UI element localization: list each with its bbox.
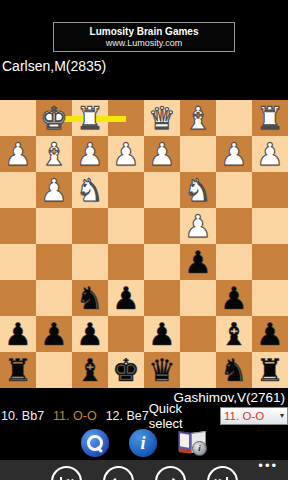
square-a5[interactable] — [252, 244, 288, 280]
piece-bN: ♞ — [220, 352, 248, 388]
piece-wP: ♟ — [184, 208, 212, 244]
chevron-down-icon: ▾ — [280, 412, 284, 420]
piece-bR: ♜ — [4, 352, 32, 388]
opening-book-button[interactable]: i — [177, 430, 207, 456]
piece-bK: ♚ — [112, 352, 140, 388]
square-g3[interactable]: ♟ — [36, 172, 72, 208]
move-item[interactable]: 11. O-O — [53, 409, 97, 423]
footer: Gashimov,V(2761) 10. Bb711. O-O12. Be7 Q… — [0, 388, 288, 460]
square-c4[interactable]: ♟ — [180, 208, 216, 244]
square-d7[interactable]: ♟ — [144, 316, 180, 352]
square-c8[interactable] — [180, 352, 216, 388]
square-e7[interactable] — [108, 316, 144, 352]
quick-select: Quick select 11. O-O ▾ — [149, 401, 288, 431]
square-g8[interactable] — [36, 352, 72, 388]
square-h6[interactable] — [0, 280, 36, 316]
piece-bP: ♟ — [184, 244, 212, 280]
piece-bP: ♟ — [256, 316, 284, 352]
square-f3[interactable]: ♞ — [72, 172, 108, 208]
piece-wP: ♟ — [112, 136, 140, 172]
previous-move-button-icon: ← — [111, 468, 125, 480]
square-h3[interactable] — [0, 172, 36, 208]
piece-wP: ♟ — [4, 136, 32, 172]
square-e4[interactable] — [108, 208, 144, 244]
piece-wP: ♟ — [148, 136, 176, 172]
square-f4[interactable] — [72, 208, 108, 244]
square-d1[interactable]: ♛ — [144, 100, 180, 136]
piece-wN: ♞ — [76, 172, 104, 208]
piece-wP: ♟ — [220, 136, 248, 172]
square-c6[interactable] — [180, 280, 216, 316]
square-c5[interactable]: ♟ — [180, 244, 216, 280]
square-d2[interactable]: ♟ — [144, 136, 180, 172]
piece-wR: ♜ — [256, 100, 284, 136]
piece-wB: ♝ — [184, 100, 212, 136]
square-c1[interactable]: ♝ — [180, 100, 216, 136]
nav-button-row: ◀◀←→▶▶ — [0, 460, 288, 480]
square-c2[interactable] — [180, 136, 216, 172]
square-a2[interactable]: ♟ — [252, 136, 288, 172]
square-g4[interactable] — [36, 208, 72, 244]
quick-select-value: 11. O-O — [224, 410, 280, 422]
square-c3[interactable]: ♞ — [180, 172, 216, 208]
square-f6[interactable]: ♞ — [72, 280, 108, 316]
piece-wP: ♟ — [40, 172, 68, 208]
square-b3[interactable] — [216, 172, 252, 208]
square-a6[interactable] — [252, 280, 288, 316]
square-b4[interactable] — [216, 208, 252, 244]
square-f8[interactable]: ♝ — [72, 352, 108, 388]
piece-bP: ♟ — [76, 316, 104, 352]
piece-bP: ♟ — [112, 280, 140, 316]
piece-bB: ♝ — [76, 352, 104, 388]
square-h5[interactable] — [0, 244, 36, 280]
square-b2[interactable]: ♟ — [216, 136, 252, 172]
piece-bP: ♟ — [148, 316, 176, 352]
quick-select-dropdown[interactable]: 11. O-O ▾ — [220, 407, 288, 425]
last-move-button-icon: ▶▶ — [215, 468, 223, 480]
piece-bR: ♜ — [256, 352, 284, 388]
next-move-button-icon: → — [163, 468, 177, 480]
piece-bN: ♞ — [76, 280, 104, 316]
square-a7[interactable]: ♟ — [252, 316, 288, 352]
ad-banner[interactable]: Lumosity Brain Games www.Lumosity.com — [53, 22, 235, 52]
square-g2[interactable]: ♝ — [36, 136, 72, 172]
piece-wQ: ♛ — [148, 100, 176, 136]
square-e5[interactable] — [108, 244, 144, 280]
move-item[interactable]: 10. Bb7 — [1, 409, 44, 423]
piece-wN: ♞ — [184, 172, 212, 208]
more-options-icon[interactable]: ••• — [258, 459, 278, 473]
square-b8[interactable]: ♞ — [216, 352, 252, 388]
square-a4[interactable] — [252, 208, 288, 244]
tool-icon-row: i i — [0, 428, 288, 458]
square-d3[interactable] — [144, 172, 180, 208]
book-info-badge-icon: i — [192, 441, 207, 456]
move-list: 10. Bb711. O-O12. Be7 — [0, 409, 149, 423]
square-d6[interactable] — [144, 280, 180, 316]
square-g5[interactable] — [36, 244, 72, 280]
piece-bQ: ♛ — [148, 352, 176, 388]
search-button[interactable] — [81, 429, 109, 457]
book-icon-accent — [179, 448, 191, 454]
next-move-button[interactable]: → — [155, 466, 186, 480]
square-h1[interactable] — [0, 100, 36, 136]
square-b7[interactable]: ♝ — [216, 316, 252, 352]
square-a3[interactable] — [252, 172, 288, 208]
info-button[interactable]: i — [129, 429, 157, 457]
square-d5[interactable] — [144, 244, 180, 280]
header: Lumosity Brain Games www.Lumosity.com Ca… — [0, 22, 288, 100]
square-h7[interactable]: ♟ — [0, 316, 36, 352]
square-b5[interactable] — [216, 244, 252, 280]
square-e2[interactable]: ♟ — [108, 136, 144, 172]
square-h2[interactable]: ♟ — [0, 136, 36, 172]
square-g6[interactable] — [36, 280, 72, 316]
square-a1[interactable]: ♜ — [252, 100, 288, 136]
square-b1[interactable] — [216, 100, 252, 136]
square-b6[interactable]: ♟ — [216, 280, 252, 316]
square-f7[interactable]: ♟ — [72, 316, 108, 352]
first-move-button-icon: ◀◀ — [63, 468, 71, 480]
square-e3[interactable] — [108, 172, 144, 208]
square-h8[interactable]: ♜ — [0, 352, 36, 388]
player-name-top: Carlsen,M(2835) — [0, 55, 288, 77]
square-c7[interactable] — [180, 316, 216, 352]
square-d4[interactable] — [144, 208, 180, 244]
previous-move-button[interactable]: ← — [103, 466, 134, 480]
ad-url: www.Lumosity.com — [54, 38, 234, 49]
square-f2[interactable]: ♟ — [72, 136, 108, 172]
last-move-button[interactable]: ▶▶ — [207, 466, 238, 480]
first-move-button[interactable]: ◀◀ — [51, 466, 82, 480]
piece-bP: ♟ — [220, 280, 248, 316]
piece-wR: ♜ — [76, 100, 104, 136]
chess-board: ♚♜♛♝♜♟♝♟♟♟♟♟♟♞♞♟♟♞♟♟♟♟♟♟♝♟♜♝♚♛♞♜ — [0, 100, 288, 388]
ad-title: Lumosity Brain Games — [54, 26, 234, 38]
square-g7[interactable]: ♟ — [36, 316, 72, 352]
piece-bP: ♟ — [40, 316, 68, 352]
move-row: 10. Bb711. O-O12. Be7 Quick select 11. O… — [0, 407, 288, 425]
square-d8[interactable]: ♛ — [144, 352, 180, 388]
info-icon: i — [140, 430, 145, 456]
square-a8[interactable]: ♜ — [252, 352, 288, 388]
app-bar: ••• ◀◀←→▶▶ — [0, 460, 288, 480]
square-e8[interactable]: ♚ — [108, 352, 144, 388]
square-f1[interactable]: ♜ — [72, 100, 108, 136]
square-h4[interactable] — [0, 208, 36, 244]
move-item[interactable]: 12. Be7 — [106, 409, 149, 423]
chess-app-screen: { "game": "chess", "position": { "fen": … — [0, 0, 288, 480]
piece-bB: ♝ — [220, 316, 248, 352]
quick-select-label: Quick select — [149, 401, 215, 431]
piece-wK: ♚ — [40, 100, 68, 136]
piece-bP: ♟ — [4, 316, 32, 352]
piece-wP: ♟ — [256, 136, 284, 172]
square-e6[interactable]: ♟ — [108, 280, 144, 316]
piece-wP: ♟ — [76, 136, 104, 172]
book-icon-page — [180, 433, 189, 447]
piece-wB: ♝ — [40, 136, 68, 172]
square-g1[interactable]: ♚ — [36, 100, 72, 136]
square-f5[interactable] — [72, 244, 108, 280]
search-icon-handle — [96, 446, 103, 453]
